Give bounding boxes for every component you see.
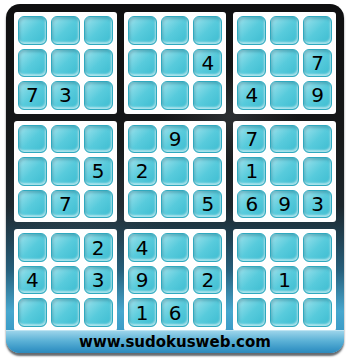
box-r3c3: 1 xyxy=(233,229,336,331)
cell-r6c5[interactable] xyxy=(161,190,190,219)
cell-r5c1[interactable] xyxy=(18,157,47,186)
cell-r5c7[interactable]: 1 xyxy=(237,157,266,186)
cell-r5c2[interactable] xyxy=(51,157,80,186)
cell-r3c1[interactable]: 7 xyxy=(18,81,47,110)
cell-r1c6[interactable] xyxy=(193,16,222,45)
cell-r9c6[interactable] xyxy=(193,298,222,327)
cell-r5c5[interactable] xyxy=(161,157,190,186)
cell-r8c1[interactable]: 4 xyxy=(18,266,47,295)
cell-r9c2[interactable] xyxy=(51,298,80,327)
cell-r9c5[interactable]: 6 xyxy=(161,298,190,327)
cell-r6c9[interactable]: 3 xyxy=(303,190,332,219)
cell-r2c8[interactable] xyxy=(270,49,299,78)
cell-r4c8[interactable] xyxy=(270,125,299,154)
cell-r8c5[interactable] xyxy=(161,266,190,295)
cell-r2c2[interactable] xyxy=(51,49,80,78)
cell-r5c3[interactable]: 5 xyxy=(84,157,113,186)
cell-r1c7[interactable] xyxy=(237,16,266,45)
cell-r9c9[interactable] xyxy=(303,298,332,327)
cell-r7c3[interactable]: 2 xyxy=(84,233,113,262)
cell-r9c4[interactable]: 1 xyxy=(128,298,157,327)
cell-r7c5[interactable] xyxy=(161,233,190,262)
cell-r6c7[interactable]: 6 xyxy=(237,190,266,219)
cell-r5c4[interactable]: 2 xyxy=(128,157,157,186)
cell-r7c2[interactable] xyxy=(51,233,80,262)
cell-r1c1[interactable] xyxy=(18,16,47,45)
cell-r6c8[interactable]: 9 xyxy=(270,190,299,219)
cell-r7c8[interactable] xyxy=(270,233,299,262)
box-r2c3: 71693 xyxy=(233,121,336,223)
cell-r4c3[interactable] xyxy=(84,125,113,154)
cell-r8c7[interactable] xyxy=(237,266,266,295)
cell-r3c6[interactable] xyxy=(193,81,222,110)
cell-r4c5[interactable]: 9 xyxy=(161,125,190,154)
cell-r3c7[interactable]: 4 xyxy=(237,81,266,110)
cell-r8c8[interactable]: 1 xyxy=(270,266,299,295)
cell-r9c8[interactable] xyxy=(270,298,299,327)
cell-r7c7[interactable] xyxy=(237,233,266,262)
box-r1c1: 73 xyxy=(14,12,117,114)
cell-r1c8[interactable] xyxy=(270,16,299,45)
cell-r4c7[interactable]: 7 xyxy=(237,125,266,154)
cell-r7c6[interactable] xyxy=(193,233,222,262)
cell-r7c1[interactable] xyxy=(18,233,47,262)
box-r1c3: 749 xyxy=(233,12,336,114)
sudoku-board: 7347495792571693243492161 www.sudokusweb… xyxy=(6,4,344,353)
box-r3c2: 49216 xyxy=(124,229,227,331)
cell-r2c3[interactable] xyxy=(84,49,113,78)
cell-r9c1[interactable] xyxy=(18,298,47,327)
cell-r6c3[interactable] xyxy=(84,190,113,219)
cell-r8c2[interactable] xyxy=(51,266,80,295)
cell-r3c5[interactable] xyxy=(161,81,190,110)
cell-r3c9[interactable]: 9 xyxy=(303,81,332,110)
cell-r1c9[interactable] xyxy=(303,16,332,45)
cell-r3c4[interactable] xyxy=(128,81,157,110)
cell-r4c4[interactable] xyxy=(128,125,157,154)
cell-r3c8[interactable] xyxy=(270,81,299,110)
cell-r3c2[interactable]: 3 xyxy=(51,81,80,110)
cell-r4c9[interactable] xyxy=(303,125,332,154)
cell-r2c1[interactable] xyxy=(18,49,47,78)
box-r2c1: 57 xyxy=(14,121,117,223)
cell-r5c6[interactable] xyxy=(193,157,222,186)
cell-r8c6[interactable]: 2 xyxy=(193,266,222,295)
cell-r1c4[interactable] xyxy=(128,16,157,45)
cell-r6c1[interactable] xyxy=(18,190,47,219)
cell-r4c6[interactable] xyxy=(193,125,222,154)
site-url: www.sudokusweb.com xyxy=(79,333,271,351)
cell-r8c4[interactable]: 9 xyxy=(128,266,157,295)
cell-r6c2[interactable]: 7 xyxy=(51,190,80,219)
footer-bar: www.sudokusweb.com xyxy=(6,330,344,353)
box-r3c1: 243 xyxy=(14,229,117,331)
cell-r1c3[interactable] xyxy=(84,16,113,45)
cell-r4c2[interactable] xyxy=(51,125,80,154)
cell-r5c9[interactable] xyxy=(303,157,332,186)
cell-r7c4[interactable]: 4 xyxy=(128,233,157,262)
cell-r7c9[interactable] xyxy=(303,233,332,262)
cell-r8c3[interactable]: 3 xyxy=(84,266,113,295)
cell-r9c7[interactable] xyxy=(237,298,266,327)
cell-r2c7[interactable] xyxy=(237,49,266,78)
cell-r2c9[interactable]: 7 xyxy=(303,49,332,78)
cell-r1c2[interactable] xyxy=(51,16,80,45)
cell-r9c3[interactable] xyxy=(84,298,113,327)
sudoku-grid: 7347495792571693243492161 xyxy=(6,4,344,331)
cell-r2c4[interactable] xyxy=(128,49,157,78)
box-r2c2: 925 xyxy=(124,121,227,223)
cell-r1c5[interactable] xyxy=(161,16,190,45)
cell-r2c5[interactable] xyxy=(161,49,190,78)
box-r1c2: 4 xyxy=(124,12,227,114)
cell-r2c6[interactable]: 4 xyxy=(193,49,222,78)
cell-r8c9[interactable] xyxy=(303,266,332,295)
cell-r5c8[interactable] xyxy=(270,157,299,186)
cell-r6c6[interactable]: 5 xyxy=(193,190,222,219)
cell-r4c1[interactable] xyxy=(18,125,47,154)
cell-r6c4[interactable] xyxy=(128,190,157,219)
cell-r3c3[interactable] xyxy=(84,81,113,110)
